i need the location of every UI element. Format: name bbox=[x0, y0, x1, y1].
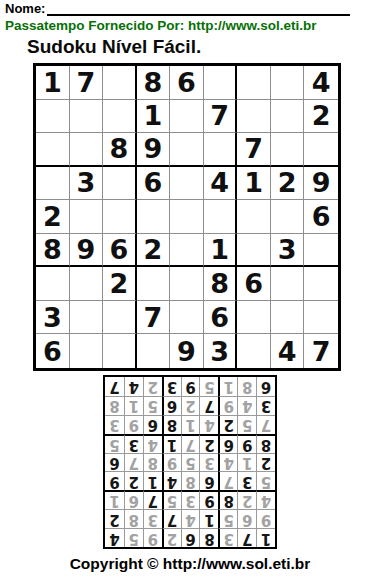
cell-r9c9: 7 bbox=[304, 334, 338, 368]
solution-cell-r9c6: 3 bbox=[162, 377, 181, 396]
cell-r7c4[interactable] bbox=[137, 267, 171, 301]
solution-cell-r7c7: 6 bbox=[143, 415, 162, 434]
cell-r5c3[interactable] bbox=[103, 200, 137, 234]
cell-r1c5: 6 bbox=[170, 66, 204, 100]
cell-r3c3: 8 bbox=[103, 133, 137, 167]
solution-cell-r7c5: 1 bbox=[181, 415, 200, 434]
solution-cell-r1c3: 3 bbox=[218, 528, 237, 547]
solution-cell-r1c8: 5 bbox=[124, 528, 143, 547]
solution-cell-r7c8: 9 bbox=[124, 415, 143, 434]
cell-r7c2[interactable] bbox=[70, 267, 104, 301]
solution-cell-r3c8: 6 bbox=[124, 490, 143, 509]
worksheet-page: Nome: Passatempo Fornecido Por: http://w… bbox=[0, 0, 380, 585]
solution-cell-r7c6: 8 bbox=[162, 415, 181, 434]
cell-r3c1[interactable] bbox=[36, 133, 70, 167]
cell-r2c5[interactable] bbox=[170, 100, 204, 134]
solution-cell-r8c3: 9 bbox=[218, 396, 237, 415]
cell-r6c8: 3 bbox=[271, 234, 305, 268]
solution-cell-r5c9: 6 bbox=[105, 453, 124, 472]
solution-cell-r4c8: 2 bbox=[124, 471, 143, 490]
cell-r7c7: 6 bbox=[237, 267, 271, 301]
solution-cell-r6c3: 6 bbox=[218, 434, 237, 453]
cell-r8c5[interactable] bbox=[170, 301, 204, 335]
solution-cell-r6c8: 3 bbox=[124, 434, 143, 453]
solution-cell-r4c5: 8 bbox=[181, 471, 200, 490]
solution-cell-r1c1: 1 bbox=[256, 528, 275, 547]
solution-cell-r7c3: 2 bbox=[218, 415, 237, 434]
solution-cell-r4c1: 5 bbox=[256, 471, 275, 490]
page-title: Sudoku Nível Fácil. bbox=[27, 36, 201, 58]
solution-cell-r9c9: 7 bbox=[105, 377, 124, 396]
solution-cell-r8c1: 3 bbox=[256, 396, 275, 415]
solution-cell-r3c7: 7 bbox=[143, 490, 162, 509]
cell-r4c4: 6 bbox=[137, 167, 171, 201]
cell-r5c2[interactable] bbox=[70, 200, 104, 234]
cell-r8c6: 6 bbox=[204, 301, 238, 335]
cell-r2c1[interactable] bbox=[36, 100, 70, 134]
solution-cell-r5c7: 8 bbox=[143, 453, 162, 472]
cell-r3c9[interactable] bbox=[304, 133, 338, 167]
solution-cell-r9c5: 9 bbox=[181, 377, 200, 396]
solution-cell-r5c6: 9 bbox=[162, 453, 181, 472]
solution-cell-r2c8: 8 bbox=[124, 509, 143, 528]
solution-cell-r1c7: 9 bbox=[143, 528, 162, 547]
solution-cell-r6c4: 2 bbox=[199, 434, 218, 453]
solution-cell-r4c9: 9 bbox=[105, 471, 124, 490]
cell-r9c4[interactable] bbox=[137, 334, 171, 368]
solution-cell-r9c7: 2 bbox=[143, 377, 162, 396]
cell-r5c6[interactable] bbox=[204, 200, 238, 234]
cell-r1c2: 7 bbox=[70, 66, 104, 100]
cell-r2c7[interactable] bbox=[237, 100, 271, 134]
solution-cell-r8c2: 4 bbox=[237, 396, 256, 415]
name-row: Nome: bbox=[5, 1, 350, 16]
cell-r8c9[interactable] bbox=[304, 301, 338, 335]
cell-r4c2: 3 bbox=[70, 167, 104, 201]
solution-cell-r7c1: 7 bbox=[256, 415, 275, 434]
solution-cell-r3c1: 4 bbox=[256, 490, 275, 509]
cell-r6c5[interactable] bbox=[170, 234, 204, 268]
solution-cell-r3c3: 8 bbox=[218, 490, 237, 509]
solution-cell-r8c4: 7 bbox=[199, 396, 218, 415]
cell-r4c3[interactable] bbox=[103, 167, 137, 201]
cell-r9c3[interactable] bbox=[103, 334, 137, 368]
cell-r7c1[interactable] bbox=[36, 267, 70, 301]
solution-cell-r4c7: 1 bbox=[143, 471, 162, 490]
cell-r5c5[interactable] bbox=[170, 200, 204, 234]
cell-r6c7[interactable] bbox=[237, 234, 271, 268]
solution-cell-r5c4: 3 bbox=[199, 453, 218, 472]
solution-cell-r6c2: 9 bbox=[237, 434, 256, 453]
cell-r7c8[interactable] bbox=[271, 267, 305, 301]
solution-cell-r1c4: 8 bbox=[199, 528, 218, 547]
solution-cell-r9c4: 5 bbox=[199, 377, 218, 396]
cell-r9c6: 3 bbox=[204, 334, 238, 368]
cell-r5c9: 6 bbox=[304, 200, 338, 234]
solution-cell-r7c9: 3 bbox=[105, 415, 124, 434]
cell-r4c9: 9 bbox=[304, 167, 338, 201]
solution-cell-r2c3: 5 bbox=[218, 509, 237, 528]
cell-r9c5: 9 bbox=[170, 334, 204, 368]
solution-cell-r9c8: 4 bbox=[124, 377, 143, 396]
solution-cell-r1c5: 6 bbox=[181, 528, 200, 547]
cell-r1c8[interactable] bbox=[271, 66, 305, 100]
cell-r6c4: 2 bbox=[137, 234, 171, 268]
cell-r5c4[interactable] bbox=[137, 200, 171, 234]
name-fill-in-line bbox=[47, 1, 350, 16]
provided-by-text: Passatempo Fornecido Por: http://www.sol… bbox=[5, 18, 317, 33]
cell-r5c7[interactable] bbox=[237, 200, 271, 234]
cell-r6c2: 9 bbox=[70, 234, 104, 268]
cell-r7c9[interactable] bbox=[304, 267, 338, 301]
cell-r5c8[interactable] bbox=[271, 200, 305, 234]
solution-cell-r2c5: 4 bbox=[181, 509, 200, 528]
cell-r2c2[interactable] bbox=[70, 100, 104, 134]
solution-cell-r2c1: 9 bbox=[256, 509, 275, 528]
cell-r4c1[interactable] bbox=[36, 167, 70, 201]
cell-r7c6: 8 bbox=[204, 267, 238, 301]
sudoku-solution-grid: 1738629549651473824289357615376841292143… bbox=[103, 375, 277, 549]
solution-cell-r3c6: 5 bbox=[162, 490, 181, 509]
solution-cell-r4c4: 6 bbox=[199, 471, 218, 490]
cell-r1c7[interactable] bbox=[237, 66, 271, 100]
cell-r4c6: 4 bbox=[204, 167, 238, 201]
solution-cell-r8c8: 1 bbox=[124, 396, 143, 415]
name-label: Nome: bbox=[5, 1, 45, 16]
solution-cell-r2c4: 1 bbox=[199, 509, 218, 528]
solution-cell-r5c1: 2 bbox=[256, 453, 275, 472]
solution-cell-r8c5: 2 bbox=[181, 396, 200, 415]
cell-r7c5[interactable] bbox=[170, 267, 204, 301]
cell-r8c4: 7 bbox=[137, 301, 171, 335]
solution-cell-r6c7: 4 bbox=[143, 434, 162, 453]
cell-r9c1: 6 bbox=[36, 334, 70, 368]
cell-r2c3[interactable] bbox=[103, 100, 137, 134]
cell-r8c1: 3 bbox=[36, 301, 70, 335]
solution-cell-r7c2: 5 bbox=[237, 415, 256, 434]
cell-r2c8[interactable] bbox=[271, 100, 305, 134]
copyright-text: Copyright © http://www.sol.eti.br bbox=[0, 555, 380, 573]
cell-r1c3[interactable] bbox=[103, 66, 137, 100]
solution-cell-r2c9: 2 bbox=[105, 509, 124, 528]
cell-r9c7[interactable] bbox=[237, 334, 271, 368]
solution-cell-r8c9: 8 bbox=[105, 396, 124, 415]
solution-cell-r9c1: 6 bbox=[256, 377, 275, 396]
cell-r8c8[interactable] bbox=[271, 301, 305, 335]
sudoku-grid: 178641728973641292689621328637669347 bbox=[33, 63, 341, 371]
cell-r6c9[interactable] bbox=[304, 234, 338, 268]
cell-r2c9: 2 bbox=[304, 100, 338, 134]
solution-cell-r8c6: 6 bbox=[162, 396, 181, 415]
cell-r7c3: 2 bbox=[103, 267, 137, 301]
cell-r8c7[interactable] bbox=[237, 301, 271, 335]
cell-r3c7: 7 bbox=[237, 133, 271, 167]
solution-cell-r6c1: 8 bbox=[256, 434, 275, 453]
solution-cell-r2c2: 6 bbox=[237, 509, 256, 528]
solution-cell-r3c4: 9 bbox=[199, 490, 218, 509]
cell-r3c4: 9 bbox=[137, 133, 171, 167]
solution-cell-r1c2: 7 bbox=[237, 528, 256, 547]
cell-r1c4: 8 bbox=[137, 66, 171, 100]
solution-cell-r5c8: 7 bbox=[124, 453, 143, 472]
cell-r1c1: 1 bbox=[36, 66, 70, 100]
cell-r5c1: 2 bbox=[36, 200, 70, 234]
solution-cell-r5c2: 1 bbox=[237, 453, 256, 472]
solution-cell-r6c6: 1 bbox=[162, 434, 181, 453]
solution-cell-r9c2: 8 bbox=[237, 377, 256, 396]
cell-r4c8: 2 bbox=[271, 167, 305, 201]
solution-cell-r8c7: 5 bbox=[143, 396, 162, 415]
solution-cell-r1c9: 4 bbox=[105, 528, 124, 547]
cell-r6c3: 6 bbox=[103, 234, 137, 268]
cell-r2c6: 7 bbox=[204, 100, 238, 134]
solution-cell-r7c4: 4 bbox=[199, 415, 218, 434]
cell-r3c5[interactable] bbox=[170, 133, 204, 167]
solution-cell-r9c3: 1 bbox=[218, 377, 237, 396]
cell-r4c7: 1 bbox=[237, 167, 271, 201]
solution-cell-r3c2: 2 bbox=[237, 490, 256, 509]
cell-r3c2[interactable] bbox=[70, 133, 104, 167]
cell-r9c8: 4 bbox=[271, 334, 305, 368]
cell-r3c6[interactable] bbox=[204, 133, 238, 167]
cell-r6c6: 1 bbox=[204, 234, 238, 268]
solution-cell-r5c5: 5 bbox=[181, 453, 200, 472]
cell-r8c3[interactable] bbox=[103, 301, 137, 335]
solution-cell-r1c6: 2 bbox=[162, 528, 181, 547]
solution-cell-r4c6: 4 bbox=[162, 471, 181, 490]
cell-r2c4: 1 bbox=[137, 100, 171, 134]
solution-cell-r3c5: 3 bbox=[181, 490, 200, 509]
solution-cell-r6c5: 7 bbox=[181, 434, 200, 453]
cell-r9c2[interactable] bbox=[70, 334, 104, 368]
solution-cell-r5c3: 4 bbox=[218, 453, 237, 472]
cell-r4c5[interactable] bbox=[170, 167, 204, 201]
cell-r8c2[interactable] bbox=[70, 301, 104, 335]
solution-cell-r4c3: 7 bbox=[218, 471, 237, 490]
cell-r6c1: 8 bbox=[36, 234, 70, 268]
cell-r3c8[interactable] bbox=[271, 133, 305, 167]
cell-r1c9: 4 bbox=[304, 66, 338, 100]
solution-cell-r3c9: 1 bbox=[105, 490, 124, 509]
solution-cell-r2c7: 3 bbox=[143, 509, 162, 528]
cell-r1c6[interactable] bbox=[204, 66, 238, 100]
solution-cell-r6c9: 5 bbox=[105, 434, 124, 453]
solution-cell-r4c2: 3 bbox=[237, 471, 256, 490]
solution-cell-r2c6: 7 bbox=[162, 509, 181, 528]
